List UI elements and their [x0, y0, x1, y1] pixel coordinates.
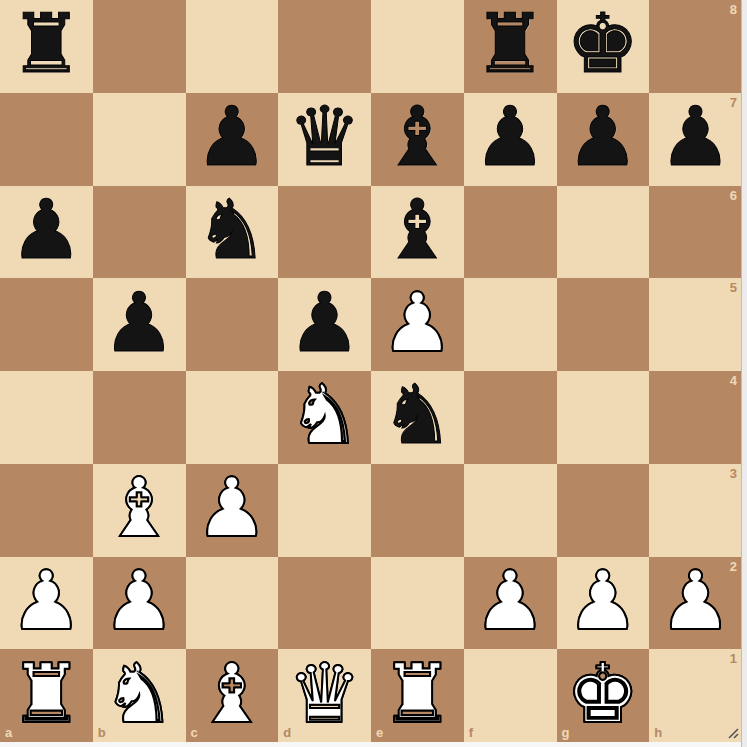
square-b1[interactable]: ♞b [93, 649, 186, 742]
square-g2[interactable]: ♟ [557, 557, 650, 650]
square-c6[interactable]: ♞ [186, 186, 279, 279]
resize-handle-icon[interactable] [726, 726, 740, 740]
file-label-e: e [376, 726, 383, 739]
square-b7[interactable] [93, 93, 186, 186]
square-g4[interactable] [557, 371, 650, 464]
square-h1[interactable]: 1h [649, 649, 742, 742]
square-d6[interactable] [278, 186, 371, 279]
white-king-piece[interactable]: ♚ [566, 653, 640, 735]
square-h7[interactable]: ♟7 [649, 93, 742, 186]
square-e2[interactable] [371, 557, 464, 650]
square-d3[interactable] [278, 464, 371, 557]
square-b4[interactable] [93, 371, 186, 464]
square-c2[interactable] [186, 557, 279, 650]
file-label-f: f [469, 726, 473, 739]
white-pawn-piece[interactable]: ♟ [659, 560, 733, 642]
white-knight-piece[interactable]: ♞ [102, 653, 176, 735]
white-pawn-piece[interactable]: ♟ [566, 560, 640, 642]
scrollbar-track[interactable] [741, 0, 747, 747]
white-pawn-piece[interactable]: ♟ [10, 560, 84, 642]
square-b8[interactable] [93, 0, 186, 93]
black-bishop-piece[interactable]: ♝ [381, 189, 455, 271]
white-queen-piece[interactable]: ♛ [288, 653, 362, 735]
square-e7[interactable]: ♝ [371, 93, 464, 186]
square-e5[interactable]: ♟ [371, 278, 464, 371]
square-a4[interactable] [0, 371, 93, 464]
square-g3[interactable] [557, 464, 650, 557]
square-c7[interactable]: ♟ [186, 93, 279, 186]
square-g1[interactable]: ♚g [557, 649, 650, 742]
rank-label-7: 7 [730, 96, 737, 109]
square-h5[interactable]: 5 [649, 278, 742, 371]
file-label-a: a [5, 726, 12, 739]
file-label-g: g [562, 726, 570, 739]
square-e6[interactable]: ♝ [371, 186, 464, 279]
square-b3[interactable]: ♝ [93, 464, 186, 557]
square-d5[interactable]: ♟ [278, 278, 371, 371]
square-f1[interactable]: f [464, 649, 557, 742]
square-f7[interactable]: ♟ [464, 93, 557, 186]
square-e3[interactable] [371, 464, 464, 557]
square-d8[interactable] [278, 0, 371, 93]
rank-label-8: 8 [730, 3, 737, 16]
black-pawn-piece[interactable]: ♟ [288, 282, 362, 364]
square-b5[interactable]: ♟ [93, 278, 186, 371]
rank-label-1: 1 [730, 652, 737, 665]
square-f8[interactable]: ♜ [464, 0, 557, 93]
white-rook-piece[interactable]: ♜ [10, 653, 84, 735]
white-knight-piece[interactable]: ♞ [288, 374, 362, 456]
black-pawn-piece[interactable]: ♟ [473, 96, 547, 178]
black-queen-piece[interactable]: ♛ [288, 96, 362, 178]
rank-label-3: 3 [730, 467, 737, 480]
file-label-h: h [654, 726, 662, 739]
square-f2[interactable]: ♟ [464, 557, 557, 650]
square-b6[interactable] [93, 186, 186, 279]
square-f3[interactable] [464, 464, 557, 557]
square-a2[interactable]: ♟ [0, 557, 93, 650]
file-label-b: b [98, 726, 106, 739]
white-bishop-piece[interactable]: ♝ [102, 467, 176, 549]
square-a6[interactable]: ♟ [0, 186, 93, 279]
square-g7[interactable]: ♟ [557, 93, 650, 186]
chess-board: ♜♜♚8♟♛♝♟♟♟7♟♞♝6♟♟♟5♞♞4♝♟3♟♟♟♟♟2♜a♞b♝c♛d♜… [0, 0, 742, 742]
black-king-piece[interactable]: ♚ [566, 3, 640, 85]
white-pawn-piece[interactable]: ♟ [195, 467, 269, 549]
black-pawn-piece[interactable]: ♟ [195, 96, 269, 178]
white-rook-piece[interactable]: ♜ [381, 653, 455, 735]
square-d2[interactable] [278, 557, 371, 650]
square-d4[interactable]: ♞ [278, 371, 371, 464]
square-d7[interactable]: ♛ [278, 93, 371, 186]
square-c4[interactable] [186, 371, 279, 464]
square-c5[interactable] [186, 278, 279, 371]
black-pawn-piece[interactable]: ♟ [566, 96, 640, 178]
square-h6[interactable]: 6 [649, 186, 742, 279]
square-a1[interactable]: ♜a [0, 649, 93, 742]
square-h4[interactable]: 4 [649, 371, 742, 464]
white-bishop-piece[interactable]: ♝ [195, 653, 269, 735]
square-c3[interactable]: ♟ [186, 464, 279, 557]
black-knight-piece[interactable]: ♞ [195, 189, 269, 271]
square-a5[interactable] [0, 278, 93, 371]
black-bishop-piece[interactable]: ♝ [381, 96, 455, 178]
file-label-d: d [283, 726, 291, 739]
square-d1[interactable]: ♛d [278, 649, 371, 742]
square-g5[interactable] [557, 278, 650, 371]
square-h8[interactable]: 8 [649, 0, 742, 93]
square-e1[interactable]: ♜e [371, 649, 464, 742]
square-h2[interactable]: ♟2 [649, 557, 742, 650]
rank-label-5: 5 [730, 281, 737, 294]
square-f6[interactable] [464, 186, 557, 279]
square-c8[interactable] [186, 0, 279, 93]
black-knight-piece[interactable]: ♞ [381, 374, 455, 456]
black-pawn-piece[interactable]: ♟ [102, 282, 176, 364]
black-rook-piece[interactable]: ♜ [473, 3, 547, 85]
rank-label-4: 4 [730, 374, 737, 387]
square-f5[interactable] [464, 278, 557, 371]
square-a3[interactable] [0, 464, 93, 557]
rank-label-2: 2 [730, 560, 737, 573]
file-label-c: c [191, 726, 198, 739]
square-b2[interactable]: ♟ [93, 557, 186, 650]
square-g8[interactable]: ♚ [557, 0, 650, 93]
white-pawn-piece[interactable]: ♟ [102, 560, 176, 642]
black-pawn-piece[interactable]: ♟ [659, 96, 733, 178]
square-g6[interactable] [557, 186, 650, 279]
white-pawn-piece[interactable]: ♟ [381, 282, 455, 364]
black-rook-piece[interactable]: ♜ [10, 3, 84, 85]
rank-label-6: 6 [730, 189, 737, 202]
square-f4[interactable] [464, 371, 557, 464]
square-h3[interactable]: 3 [649, 464, 742, 557]
square-a7[interactable] [0, 93, 93, 186]
square-a8[interactable]: ♜ [0, 0, 93, 93]
square-c1[interactable]: ♝c [186, 649, 279, 742]
white-pawn-piece[interactable]: ♟ [473, 560, 547, 642]
square-e4[interactable]: ♞ [371, 371, 464, 464]
square-e8[interactable] [371, 0, 464, 93]
black-pawn-piece[interactable]: ♟ [10, 189, 84, 271]
